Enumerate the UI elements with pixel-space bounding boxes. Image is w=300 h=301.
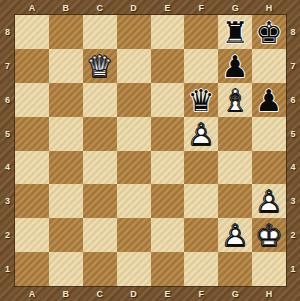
- square-a4[interactable]: [15, 151, 49, 185]
- square-d4[interactable]: [117, 151, 151, 185]
- rank-label-left-4: 4: [0, 151, 15, 185]
- rank-label-left-3: 3: [0, 184, 15, 218]
- square-c7[interactable]: ♛♕: [83, 49, 117, 83]
- white-pawn[interactable]: ♟♙: [184, 117, 218, 151]
- white-pawn[interactable]: ♟♙: [218, 218, 252, 252]
- black-rook[interactable]: ♜: [218, 15, 252, 49]
- square-a6[interactable]: [15, 83, 49, 117]
- square-h8[interactable]: ♚: [252, 15, 286, 49]
- square-f7[interactable]: [184, 49, 218, 83]
- square-e8[interactable]: [151, 15, 185, 49]
- white-pawn[interactable]: ♟♙: [252, 184, 286, 218]
- square-d2[interactable]: [117, 218, 151, 252]
- square-f1[interactable]: [184, 252, 218, 286]
- square-c8[interactable]: [83, 15, 117, 49]
- rank-labels-left: 87654321: [0, 15, 15, 286]
- file-label-top-h: H: [252, 0, 286, 15]
- square-a1[interactable]: [15, 252, 49, 286]
- square-g2[interactable]: ♟♙: [218, 218, 252, 252]
- rank-label-left-8: 8: [0, 15, 15, 49]
- file-label-top-e: E: [151, 0, 185, 15]
- square-c6[interactable]: [83, 83, 117, 117]
- square-d8[interactable]: [117, 15, 151, 49]
- rank-label-left-6: 6: [0, 83, 15, 117]
- square-a5[interactable]: [15, 117, 49, 151]
- square-h6[interactable]: ♟: [252, 83, 286, 117]
- rank-label-left-5: 5: [0, 117, 15, 151]
- square-g7[interactable]: ♟: [218, 49, 252, 83]
- rank-label-left-1: 1: [0, 252, 15, 286]
- file-label-top-b: B: [49, 0, 83, 15]
- file-label-top-d: D: [117, 0, 151, 15]
- square-c4[interactable]: [83, 151, 117, 185]
- file-label-top-a: A: [15, 0, 49, 15]
- file-labels-top: ABCDEFGH: [15, 0, 286, 15]
- square-h7[interactable]: [252, 49, 286, 83]
- square-g5[interactable]: [218, 117, 252, 151]
- black-queen[interactable]: ♛: [184, 83, 218, 117]
- square-b5[interactable]: [49, 117, 83, 151]
- square-b1[interactable]: [49, 252, 83, 286]
- rank-label-right-1: 1: [286, 252, 300, 286]
- rank-label-right-8: 8: [286, 15, 300, 49]
- square-a2[interactable]: [15, 218, 49, 252]
- square-h3[interactable]: ♟♙: [252, 184, 286, 218]
- square-g8[interactable]: ♜: [218, 15, 252, 49]
- file-label-bottom-g: G: [218, 286, 252, 301]
- square-h4[interactable]: [252, 151, 286, 185]
- file-label-top-f: F: [184, 0, 218, 15]
- rank-label-right-2: 2: [286, 218, 300, 252]
- rank-label-right-7: 7: [286, 49, 300, 83]
- square-f5[interactable]: ♟♙: [184, 117, 218, 151]
- black-pawn[interactable]: ♟: [252, 83, 286, 117]
- white-queen[interactable]: ♛♕: [83, 49, 117, 83]
- square-f6[interactable]: ♛: [184, 83, 218, 117]
- file-label-top-g: G: [218, 0, 252, 15]
- square-f3[interactable]: [184, 184, 218, 218]
- file-label-top-c: C: [83, 0, 117, 15]
- file-label-bottom-e: E: [151, 286, 185, 301]
- square-a3[interactable]: [15, 184, 49, 218]
- square-e2[interactable]: [151, 218, 185, 252]
- black-king[interactable]: ♚: [252, 15, 286, 49]
- rank-labels-right: 87654321: [286, 15, 300, 286]
- square-c1[interactable]: [83, 252, 117, 286]
- square-b2[interactable]: [49, 218, 83, 252]
- chess-board-frame: ABCDEFGH ABCDEFGH 87654321 87654321 ♜♚♛♕…: [0, 0, 300, 301]
- chess-board: ♜♚♛♕♟♛♝♗♟♟♙♟♙♟♙♚♔: [15, 15, 286, 286]
- square-h1[interactable]: [252, 252, 286, 286]
- square-b8[interactable]: [49, 15, 83, 49]
- file-label-bottom-d: D: [117, 286, 151, 301]
- square-e3[interactable]: [151, 184, 185, 218]
- square-c3[interactable]: [83, 184, 117, 218]
- square-h2[interactable]: ♚♔: [252, 218, 286, 252]
- black-pawn[interactable]: ♟: [218, 49, 252, 83]
- square-e5[interactable]: [151, 117, 185, 151]
- white-king[interactable]: ♚♔: [252, 218, 286, 252]
- square-b4[interactable]: [49, 151, 83, 185]
- file-label-bottom-c: C: [83, 286, 117, 301]
- file-label-bottom-b: B: [49, 286, 83, 301]
- square-d1[interactable]: [117, 252, 151, 286]
- rank-label-right-3: 3: [286, 184, 300, 218]
- square-e6[interactable]: [151, 83, 185, 117]
- file-label-bottom-f: F: [184, 286, 218, 301]
- square-b7[interactable]: [49, 49, 83, 83]
- square-e1[interactable]: [151, 252, 185, 286]
- square-g4[interactable]: [218, 151, 252, 185]
- square-d5[interactable]: [117, 117, 151, 151]
- square-c2[interactable]: [83, 218, 117, 252]
- file-label-bottom-h: H: [252, 286, 286, 301]
- square-g6[interactable]: ♝♗: [218, 83, 252, 117]
- square-c5[interactable]: [83, 117, 117, 151]
- square-f4[interactable]: [184, 151, 218, 185]
- rank-label-right-4: 4: [286, 151, 300, 185]
- rank-label-left-2: 2: [0, 218, 15, 252]
- white-bishop[interactable]: ♝♗: [218, 83, 252, 117]
- square-h5[interactable]: [252, 117, 286, 151]
- rank-label-right-5: 5: [286, 117, 300, 151]
- square-d6[interactable]: [117, 83, 151, 117]
- square-e7[interactable]: [151, 49, 185, 83]
- file-labels-bottom: ABCDEFGH: [15, 286, 286, 301]
- square-b6[interactable]: [49, 83, 83, 117]
- square-e4[interactable]: [151, 151, 185, 185]
- square-d3[interactable]: [117, 184, 151, 218]
- rank-label-right-6: 6: [286, 83, 300, 117]
- square-g3[interactable]: [218, 184, 252, 218]
- rank-label-left-7: 7: [0, 49, 15, 83]
- file-label-bottom-a: A: [15, 286, 49, 301]
- square-f2[interactable]: [184, 218, 218, 252]
- square-g1[interactable]: [218, 252, 252, 286]
- square-f8[interactable]: [184, 15, 218, 49]
- square-d7[interactable]: [117, 49, 151, 83]
- square-b3[interactable]: [49, 184, 83, 218]
- square-a8[interactable]: [15, 15, 49, 49]
- square-a7[interactable]: [15, 49, 49, 83]
